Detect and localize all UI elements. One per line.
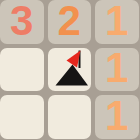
mine-count-1: 1 xyxy=(105,0,128,42)
cell-r1c1[interactable]: 3 xyxy=(0,0,44,44)
cell-r3c2[interactable] xyxy=(48,95,92,139)
cell-r2c3[interactable]: 1 xyxy=(95,48,139,92)
minesweeper-grid: 3 2 1 1 1 xyxy=(0,0,139,139)
mine-count-1: 1 xyxy=(105,95,128,137)
cell-r1c2[interactable]: 2 xyxy=(48,0,92,44)
flag-icon xyxy=(48,48,92,92)
cell-r1c3[interactable]: 1 xyxy=(95,0,139,44)
cell-r2c2[interactable] xyxy=(48,48,92,92)
cell-r3c3[interactable]: 1 xyxy=(95,95,139,139)
mine-count-1: 1 xyxy=(105,47,128,89)
cell-r2c1[interactable] xyxy=(0,48,44,92)
cell-r3c1[interactable] xyxy=(0,95,44,139)
minesweeper-board: 3 2 1 1 1 xyxy=(0,0,140,140)
mine-count-3: 3 xyxy=(10,0,33,42)
mine-count-2: 2 xyxy=(58,0,81,42)
